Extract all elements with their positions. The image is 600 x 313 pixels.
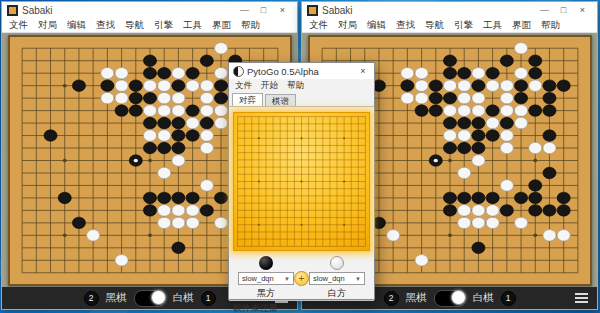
dialog-menu-help[interactable]: 帮助 [287,80,304,92]
menu-game[interactable]: 对局 [338,19,357,32]
menubar-left: 文件 对局 编辑 查找 导航 引擎 工具 界面 帮助 [2,19,297,33]
sabaki-app-icon [307,5,318,16]
chevron-down-icon: ▼ [355,276,361,282]
hamburger-menu-icon[interactable] [575,293,588,305]
white-engine-select[interactable]: slow_dqn ▼ [309,272,365,285]
sabaki-app-icon [7,5,18,16]
menu-view[interactable]: 界面 [212,19,231,32]
menu-tools[interactable]: 工具 [483,19,502,32]
chevron-down-icon: ▼ [284,276,290,282]
black-player-label: 黑棋 [106,291,127,305]
menu-tools[interactable]: 工具 [183,19,202,32]
dialog-menu-file[interactable]: 文件 [235,80,252,92]
white-player-label: 白棋 [173,291,194,305]
status-text: 软件未注册 [233,302,278,313]
menu-engines[interactable]: 引擎 [154,19,173,32]
menu-navigation[interactable]: 导航 [425,19,444,32]
tab-play[interactable]: 对弈 [232,93,263,106]
white-side-label: 白方 [328,287,346,300]
titlebar-right[interactable]: Sabaki — □ × [302,2,597,19]
menu-edit[interactable]: 编辑 [367,19,386,32]
turn-toggle-knob [451,290,466,305]
menu-game[interactable]: 对局 [38,19,57,32]
titlebar-left[interactable]: Sabaki — □ × [2,2,297,19]
desktop: Sabaki — □ × 文件 对局 编辑 查找 导航 引擎 工具 界面 帮助 … [0,0,600,313]
turn-toggle-knob [151,290,166,305]
maximize-button[interactable]: □ [554,2,573,19]
dialog-tabs: 对弈 棋谱 [229,92,374,107]
window-title: Sabaki [322,5,353,16]
turn-toggle[interactable] [134,290,166,307]
close-button[interactable]: × [273,2,292,19]
menu-help[interactable]: 帮助 [541,19,560,32]
window-title: Sabaki [22,5,53,16]
menu-edit[interactable]: 编辑 [67,19,86,32]
black-player-label: 黑棋 [406,291,427,305]
white-captures-badge: 1 [201,291,216,306]
turn-toggle[interactable] [434,290,466,307]
dialog-close-button[interactable]: × [356,66,370,76]
menu-file[interactable]: 文件 [9,19,28,32]
black-engine-select[interactable]: slow_dqn ▼ [238,272,294,285]
menu-find[interactable]: 查找 [96,19,115,32]
pytogo-dialog: PytoGo 0.5Alpha × 文件 开始 帮助 对弈 棋谱 slow_dq… [228,62,375,300]
maximize-button[interactable]: □ [254,2,273,19]
tab-record[interactable]: 棋谱 [265,94,296,106]
dialog-menubar: 文件 开始 帮助 [229,79,374,92]
minimize-button[interactable]: — [535,2,554,19]
white-side-panel: slow_dqn ▼ 白方 [309,256,365,300]
black-captures-badge: 2 [384,291,399,306]
minimize-button[interactable]: — [235,2,254,19]
black-captures-badge: 2 [84,291,99,306]
white-engine-value: slow_dqn [313,274,345,283]
menu-help[interactable]: 帮助 [241,19,260,32]
menu-navigation[interactable]: 导航 [125,19,144,32]
dialog-controls: slow_dqn ▼ 黑方 + slow_dqn ▼ 白方 [229,253,374,300]
pytogo-stone-icon [233,66,244,77]
black-side-label: 黑方 [257,287,275,300]
white-stone-icon [330,256,344,270]
black-side-panel: slow_dqn ▼ 黑方 [238,256,294,300]
menubar-right: 文件 对局 编辑 查找 导航 引擎 工具 界面 帮助 [302,19,597,33]
dialog-goban[interactable] [233,112,370,251]
menu-find[interactable]: 查找 [396,19,415,32]
dialog-statusbar: 软件未注册 [229,300,374,313]
dialog-menu-start[interactable]: 开始 [261,80,278,92]
menu-file[interactable]: 文件 [309,19,328,32]
dialog-go-board[interactable] [234,113,369,250]
black-engine-value: slow_dqn [242,274,274,283]
black-stone-icon [259,256,273,270]
menu-view[interactable]: 界面 [512,19,531,32]
white-player-label: 白棋 [473,291,494,305]
dialog-titlebar[interactable]: PytoGo 0.5Alpha × [229,63,374,79]
center-action-button[interactable]: + [294,271,309,286]
close-button[interactable]: × [573,2,592,19]
menu-engines[interactable]: 引擎 [454,19,473,32]
white-captures-badge: 1 [501,291,516,306]
dialog-title: PytoGo 0.5Alpha [247,66,319,77]
